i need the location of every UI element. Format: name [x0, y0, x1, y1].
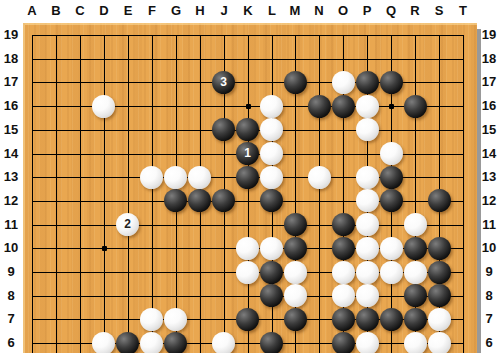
stone-white-P16[interactable]	[356, 95, 379, 118]
stone-white-L15[interactable]	[260, 118, 283, 141]
stone-black-O6[interactable]	[332, 332, 355, 353]
go-board-screenshot: ABCDEFGHJKLMNOPQRST191817161514131211109…	[0, 0, 500, 353]
stone-white-P12[interactable]	[356, 189, 379, 212]
stone-white-R11[interactable]	[404, 213, 427, 236]
stone-black-K7[interactable]	[236, 308, 259, 331]
stone-black-L9[interactable]	[260, 261, 283, 284]
row-label-left: 8	[0, 287, 22, 305]
grid-line-horizontal	[32, 225, 464, 226]
stone-black-S10[interactable]	[428, 237, 451, 260]
stone-black-L6[interactable]	[260, 332, 283, 353]
row-label-left: 19	[0, 26, 22, 44]
stone-black-K14[interactable]: 1	[236, 142, 259, 165]
column-label: N	[309, 2, 329, 20]
row-label-right: 17	[478, 73, 500, 91]
stone-black-K15[interactable]	[236, 118, 259, 141]
stone-white-M8[interactable]	[284, 284, 307, 307]
stone-black-R16[interactable]	[404, 95, 427, 118]
column-label: D	[94, 2, 114, 20]
row-label-left: 14	[0, 145, 22, 163]
stone-black-R10[interactable]	[404, 237, 427, 260]
stone-black-M17[interactable]	[284, 71, 307, 94]
stone-white-L16[interactable]	[260, 95, 283, 118]
stone-white-S6[interactable]	[428, 332, 451, 353]
column-label: A	[22, 2, 42, 20]
stone-white-R6[interactable]	[404, 332, 427, 353]
stone-black-G6[interactable]	[164, 332, 187, 353]
stone-white-P15[interactable]	[356, 118, 379, 141]
column-label: J	[214, 2, 234, 20]
stone-black-R8[interactable]	[404, 284, 427, 307]
row-label-left: 17	[0, 73, 22, 91]
move-number-label: 3	[212, 71, 235, 94]
stone-white-J6[interactable]	[212, 332, 235, 353]
stone-black-P17[interactable]	[356, 71, 379, 94]
column-label: R	[405, 2, 425, 20]
stone-white-F13[interactable]	[140, 166, 163, 189]
stone-black-G12[interactable]	[164, 189, 187, 212]
grid-line-horizontal	[32, 296, 464, 297]
stone-black-J15[interactable]	[212, 118, 235, 141]
stone-white-Q9[interactable]	[380, 261, 403, 284]
stone-white-K10[interactable]	[236, 237, 259, 260]
row-label-right: 14	[478, 145, 500, 163]
stone-white-P10[interactable]	[356, 237, 379, 260]
stone-black-Q12[interactable]	[380, 189, 403, 212]
row-label-right: 7	[478, 310, 500, 328]
column-label: L	[262, 2, 282, 20]
row-label-right: 6	[478, 334, 500, 352]
stone-white-H13[interactable]	[188, 166, 211, 189]
stone-black-Q13[interactable]	[380, 166, 403, 189]
stone-black-M10[interactable]	[284, 237, 307, 260]
row-label-right: 18	[478, 50, 500, 68]
row-label-left: 9	[0, 263, 22, 281]
column-label: Q	[381, 2, 401, 20]
star-point	[389, 104, 394, 109]
stone-black-N16[interactable]	[308, 95, 331, 118]
stone-black-L8[interactable]	[260, 284, 283, 307]
stone-white-F7[interactable]	[140, 308, 163, 331]
column-label: F	[142, 2, 162, 20]
column-label: B	[46, 2, 66, 20]
stone-black-L12[interactable]	[260, 189, 283, 212]
column-label: O	[333, 2, 353, 20]
star-point	[246, 104, 251, 109]
stone-white-M9[interactable]	[284, 261, 307, 284]
stone-white-P6[interactable]	[356, 332, 379, 353]
column-label: P	[357, 2, 377, 20]
stone-white-O8[interactable]	[332, 284, 355, 307]
stone-white-D16[interactable]	[92, 95, 115, 118]
stone-black-O7[interactable]	[332, 308, 355, 331]
row-label-right: 15	[478, 121, 500, 139]
stone-black-O11[interactable]	[332, 213, 355, 236]
row-label-left: 11	[0, 216, 22, 234]
column-label: C	[70, 2, 90, 20]
stone-white-L10[interactable]	[260, 237, 283, 260]
stone-black-S12[interactable]	[428, 189, 451, 212]
row-label-left: 13	[0, 168, 22, 186]
column-label: E	[118, 2, 138, 20]
stone-black-P7[interactable]	[356, 308, 379, 331]
stone-black-O10[interactable]	[332, 237, 355, 260]
stone-white-P13[interactable]	[356, 166, 379, 189]
stone-white-P8[interactable]	[356, 284, 379, 307]
stone-black-J17[interactable]: 3	[212, 71, 235, 94]
stone-white-O9[interactable]	[332, 261, 355, 284]
stone-black-Q17[interactable]	[380, 71, 403, 94]
row-label-right: 13	[478, 168, 500, 186]
row-label-right: 9	[478, 263, 500, 281]
row-label-right: 8	[478, 287, 500, 305]
row-label-right: 10	[478, 239, 500, 257]
column-label: T	[453, 2, 473, 20]
stone-white-E11[interactable]: 2	[116, 213, 139, 236]
column-label: S	[429, 2, 449, 20]
stone-black-O16[interactable]	[332, 95, 355, 118]
stone-white-L14[interactable]	[260, 142, 283, 165]
row-label-left: 10	[0, 239, 22, 257]
row-label-left: 6	[0, 334, 22, 352]
stone-white-S7[interactable]	[428, 308, 451, 331]
stone-white-D6[interactable]	[92, 332, 115, 353]
row-label-left: 18	[0, 50, 22, 68]
row-label-left: 15	[0, 121, 22, 139]
row-label-right: 19	[478, 26, 500, 44]
grid-line-horizontal	[32, 35, 464, 36]
stone-black-M7[interactable]	[284, 308, 307, 331]
stone-black-S9[interactable]	[428, 261, 451, 284]
stone-black-E6[interactable]	[116, 332, 139, 353]
stone-black-J12[interactable]	[212, 189, 235, 212]
stone-white-Q14[interactable]	[380, 142, 403, 165]
row-label-left: 16	[0, 97, 22, 115]
stone-black-H12[interactable]	[188, 189, 211, 212]
stone-white-K9[interactable]	[236, 261, 259, 284]
stone-white-Q10[interactable]	[380, 237, 403, 260]
stone-white-R9[interactable]	[404, 261, 427, 284]
stone-white-N13[interactable]	[308, 166, 331, 189]
column-label: M	[285, 2, 305, 20]
row-label-right: 16	[478, 97, 500, 115]
stone-white-G7[interactable]	[164, 308, 187, 331]
stone-white-O17[interactable]	[332, 71, 355, 94]
stone-black-R7[interactable]	[404, 308, 427, 331]
stone-black-Q7[interactable]	[380, 308, 403, 331]
column-label: K	[238, 2, 258, 20]
grid-line-horizontal	[32, 59, 464, 60]
row-label-left: 7	[0, 310, 22, 328]
column-label: G	[166, 2, 186, 20]
stone-black-K13[interactable]	[236, 166, 259, 189]
stone-black-M11[interactable]	[284, 213, 307, 236]
stone-white-F6[interactable]	[140, 332, 163, 353]
row-label-right: 11	[478, 216, 500, 234]
column-label: H	[190, 2, 210, 20]
stone-black-S8[interactable]	[428, 284, 451, 307]
row-label-left: 12	[0, 192, 22, 210]
stone-white-L13[interactable]	[260, 166, 283, 189]
move-number-label: 2	[116, 213, 139, 236]
stone-white-P11[interactable]	[356, 213, 379, 236]
star-point	[102, 246, 107, 251]
row-label-right: 12	[478, 192, 500, 210]
move-number-label: 1	[236, 142, 259, 165]
stone-white-G13[interactable]	[164, 166, 187, 189]
stone-white-P9[interactable]	[356, 261, 379, 284]
